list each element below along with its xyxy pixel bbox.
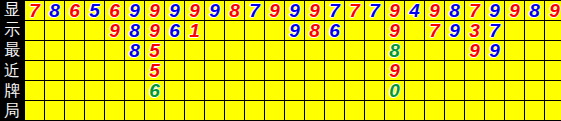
grid-cell (205, 101, 225, 121)
grid-cell (265, 41, 285, 61)
grid-cell (445, 101, 465, 121)
grid-cell (425, 41, 445, 61)
grid-cell: 9 (385, 1, 405, 21)
grid-cell: 9 (285, 1, 305, 21)
grid-cell (225, 81, 245, 101)
grid-cell: 5 (145, 61, 165, 81)
grid-cell (525, 21, 545, 41)
grid-cell (25, 61, 45, 81)
results-grid: 7865699999879997779498799899896198697937… (24, 0, 561, 121)
grid-cell (245, 101, 265, 121)
recent-results-board: 显示最近牌局 786569999987999777949879989989619… (0, 0, 561, 121)
grid-cell: 7 (425, 21, 445, 41)
grid-cell (305, 41, 325, 61)
grid-cell (525, 101, 545, 121)
board-title-vertical: 显示最近牌局 (0, 0, 24, 121)
grid-cell (405, 81, 425, 101)
grid-cell (365, 81, 385, 101)
grid-cell: 6 (65, 1, 85, 21)
grid-cell (325, 101, 345, 121)
grid-cell: 8 (445, 1, 465, 21)
grid-cell (545, 21, 561, 41)
grid-cell: 5 (145, 41, 165, 61)
grid-cell (465, 81, 485, 101)
grid-cell: 6 (165, 21, 185, 41)
grid-cell (125, 61, 145, 81)
grid-cell (505, 101, 525, 121)
grid-cell (345, 41, 365, 61)
grid-cell: 8 (225, 1, 245, 21)
grid-cell (225, 101, 245, 121)
grid-cell (305, 101, 325, 121)
grid-cell: 9 (125, 1, 145, 21)
grid-cell (545, 81, 561, 101)
grid-cell (485, 81, 505, 101)
grid-cell: 7 (465, 1, 485, 21)
grid-cell (185, 41, 205, 61)
grid-cell (45, 21, 65, 41)
grid-cell: 9 (145, 21, 165, 41)
grid-cell (105, 101, 125, 121)
grid-cell (305, 61, 325, 81)
grid-cell (105, 81, 125, 101)
grid-cell (465, 101, 485, 121)
grid-cell (485, 101, 505, 121)
grid-cell (405, 101, 425, 121)
grid-cell (545, 61, 561, 81)
grid-cell (405, 41, 425, 61)
grid-cell (185, 81, 205, 101)
grid-cell (505, 61, 525, 81)
grid-cell (85, 81, 105, 101)
grid-cell (165, 61, 185, 81)
grid-cell (425, 101, 445, 121)
grid-cell (365, 61, 385, 81)
grid-cell (505, 41, 525, 61)
grid-cell (185, 61, 205, 81)
grid-cell (245, 61, 265, 81)
grid-cell (85, 21, 105, 41)
grid-cell: 9 (185, 1, 205, 21)
grid-cell (65, 61, 85, 81)
grid-cell (265, 101, 285, 121)
title-char: 局 (0, 101, 24, 121)
grid-cell (485, 61, 505, 81)
grid-cell (105, 41, 125, 61)
grid-cell: 9 (165, 1, 185, 21)
grid-cell: 9 (485, 1, 505, 21)
grid-cell: 9 (545, 1, 561, 21)
grid-cell: 8 (125, 41, 145, 61)
grid-cell (165, 41, 185, 61)
grid-cell (325, 61, 345, 81)
grid-cell (185, 101, 205, 121)
title-char: 示 (0, 20, 24, 40)
grid-cell (285, 81, 305, 101)
grid-cell: 6 (145, 81, 165, 101)
title-char: 牌 (0, 81, 24, 101)
grid-cell (25, 41, 45, 61)
grid-cell (65, 41, 85, 61)
grid-cell (285, 61, 305, 81)
grid-cell (445, 61, 465, 81)
grid-cell (105, 61, 125, 81)
grid-cell: 3 (465, 21, 485, 41)
grid-cell (45, 101, 65, 121)
grid-cell (405, 21, 425, 41)
grid-cell: 8 (125, 21, 145, 41)
grid-cell (325, 81, 345, 101)
grid-cell (245, 41, 265, 61)
title-char: 近 (0, 61, 24, 81)
grid-cell (85, 41, 105, 61)
grid-cell: 9 (425, 1, 445, 21)
grid-cell (205, 61, 225, 81)
grid-cell (225, 61, 245, 81)
grid-cell (285, 41, 305, 61)
grid-cell (525, 61, 545, 81)
grid-cell: 1 (185, 21, 205, 41)
grid-cell (265, 21, 285, 41)
grid-cell (25, 101, 45, 121)
grid-cell: 7 (365, 1, 385, 21)
grid-cell: 9 (465, 41, 485, 61)
grid-cell: 8 (385, 41, 405, 61)
grid-cell (385, 101, 405, 121)
grid-cell (425, 81, 445, 101)
grid-cell (365, 41, 385, 61)
grid-cell: 9 (385, 21, 405, 41)
grid-cell: 7 (485, 21, 505, 41)
grid-cell (205, 41, 225, 61)
title-char: 显 (0, 0, 24, 20)
grid-cell (345, 21, 365, 41)
grid-cell (225, 21, 245, 41)
grid-cell (345, 81, 365, 101)
grid-cell (65, 81, 85, 101)
grid-cell: 9 (145, 1, 165, 21)
grid-cell (205, 81, 225, 101)
grid-cell (365, 101, 385, 121)
grid-cell: 9 (445, 21, 465, 41)
grid-cell (45, 81, 65, 101)
grid-cell (65, 21, 85, 41)
grid-cell (65, 101, 85, 121)
title-char: 最 (0, 40, 24, 60)
grid-cell (345, 101, 365, 121)
grid-cell (205, 21, 225, 41)
grid-cell: 7 (345, 1, 365, 21)
grid-cell (125, 81, 145, 101)
grid-cell (245, 21, 265, 41)
grid-cell: 9 (265, 1, 285, 21)
grid-cell: 0 (385, 81, 405, 101)
grid-cell: 7 (245, 1, 265, 21)
grid-cell: 6 (105, 1, 125, 21)
grid-cell: 8 (45, 1, 65, 21)
grid-cell: 9 (205, 1, 225, 21)
grid-cell (365, 21, 385, 41)
grid-cell (45, 61, 65, 81)
grid-cell (525, 81, 545, 101)
grid-cell (505, 21, 525, 41)
grid-cell: 4 (405, 1, 425, 21)
grid-cell (405, 61, 425, 81)
grid-cell: 5 (85, 1, 105, 21)
grid-cell (445, 81, 465, 101)
grid-cell: 9 (305, 1, 325, 21)
grid-cell (45, 41, 65, 61)
grid-cell (445, 41, 465, 61)
grid-cell (285, 101, 305, 121)
grid-cell (165, 101, 185, 121)
grid-cell: 9 (285, 21, 305, 41)
grid-cell (525, 41, 545, 61)
grid-cell (225, 41, 245, 61)
grid-cell: 7 (25, 1, 45, 21)
grid-cell (125, 101, 145, 121)
grid-cell (85, 101, 105, 121)
grid-cell: 6 (325, 21, 345, 41)
grid-cell: 9 (105, 21, 125, 41)
grid-cell (25, 81, 45, 101)
grid-cell (85, 61, 105, 81)
grid-cell: 9 (505, 1, 525, 21)
grid-cell: 9 (485, 41, 505, 61)
grid-cell: 8 (305, 21, 325, 41)
grid-cell: 9 (385, 61, 405, 81)
grid-cell (505, 81, 525, 101)
grid-cell (325, 41, 345, 61)
grid-cell (465, 61, 485, 81)
grid-cell: 8 (525, 1, 545, 21)
grid-cell (305, 81, 325, 101)
grid-cell (545, 101, 561, 121)
grid-cell: 7 (325, 1, 345, 21)
grid-cell (25, 21, 45, 41)
grid-cell (245, 81, 265, 101)
grid-cell (545, 41, 561, 61)
grid-cell (265, 81, 285, 101)
grid-cell (145, 101, 165, 121)
grid-cell (165, 81, 185, 101)
grid-cell (345, 61, 365, 81)
grid-cell (265, 61, 285, 81)
grid-cell (425, 61, 445, 81)
